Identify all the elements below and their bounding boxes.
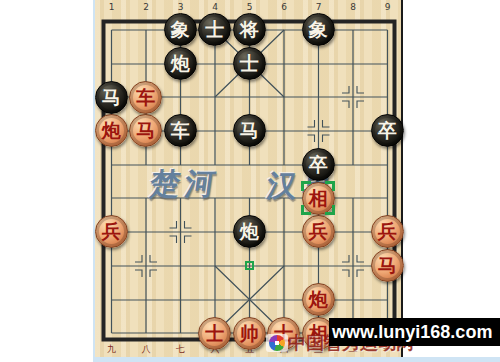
piece-red-相[interactable]: 相 (302, 182, 335, 215)
piece-black-象[interactable]: 象 (164, 13, 197, 46)
piece-black-马[interactable]: 马 (233, 114, 266, 147)
piece-red-炮[interactable]: 炮 (302, 283, 335, 316)
xiangqi-board[interactable]: 楚河 汉界 123456789 九八七六五四三二一 象士将象炮士马车炮马车马卒卒… (93, 0, 403, 357)
piece-red-士[interactable]: 士 (267, 317, 300, 350)
piece-red-马[interactable]: 马 (371, 249, 404, 282)
piece-red-兵[interactable]: 兵 (95, 215, 128, 248)
piece-black-炮[interactable]: 炮 (164, 47, 197, 80)
watermark-url: www.lunyi168.com (329, 322, 492, 343)
piece-black-马[interactable]: 马 (95, 81, 128, 114)
piece-black-炮[interactable]: 炮 (233, 215, 266, 248)
piece-black-象[interactable]: 象 (302, 13, 335, 46)
piece-red-兵[interactable]: 兵 (371, 215, 404, 248)
piece-black-卒[interactable]: 卒 (371, 114, 404, 147)
piece-black-士[interactable]: 士 (233, 47, 266, 80)
piece-black-卒[interactable]: 卒 (302, 148, 335, 181)
piece-grid[interactable]: 象士将象炮士马车炮马车马卒卒相兵炮兵兵马炮士帅士相 (94, 13, 405, 350)
piece-red-车[interactable]: 车 (129, 81, 162, 114)
piece-black-将[interactable]: 将 (233, 13, 266, 46)
piece-red-马[interactable]: 马 (129, 114, 162, 147)
piece-red-帅[interactable]: 帅 (233, 317, 266, 350)
piece-black-车[interactable]: 车 (164, 114, 197, 147)
screenshot-canvas: 楚河 汉界 123456789 九八七六五四三二一 象士将象炮士马车炮马车马卒卒… (0, 0, 500, 362)
piece-red-士[interactable]: 士 (198, 317, 231, 350)
piece-red-兵[interactable]: 兵 (302, 215, 335, 248)
piece-red-炮[interactable]: 炮 (95, 114, 128, 147)
watermark-bar: www.lunyi168.com (329, 318, 500, 346)
bottom-frame-strip (93, 357, 500, 362)
piece-black-士[interactable]: 士 (198, 13, 231, 46)
